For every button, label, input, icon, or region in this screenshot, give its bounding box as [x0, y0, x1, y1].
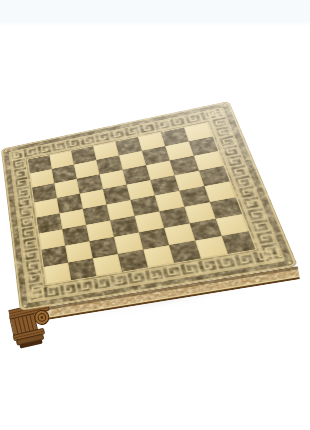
board-foot-art [8, 301, 59, 360]
backdrop [0, 0, 310, 27]
board-foot [8, 301, 59, 360]
product-photo [0, 0, 310, 430]
